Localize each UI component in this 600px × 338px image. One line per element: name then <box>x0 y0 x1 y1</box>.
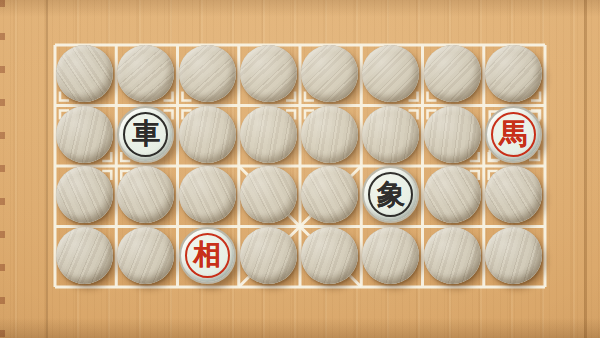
piece-face-down[interactable] <box>485 45 542 102</box>
wood-grain-texture <box>117 45 174 102</box>
piece-face-down[interactable] <box>485 227 542 284</box>
pieces-layer: 車馬象相 <box>0 0 600 338</box>
piece-face-down[interactable] <box>240 166 297 223</box>
wood-grain-texture <box>56 166 113 223</box>
piece-face-down[interactable] <box>424 106 481 163</box>
piece-face-down[interactable] <box>240 227 297 284</box>
piece-face-down[interactable] <box>362 227 419 284</box>
piece-character: 象 <box>364 168 417 221</box>
wood-grain-texture <box>362 227 419 284</box>
piece-red-minister[interactable]: 相 <box>179 227 236 284</box>
wood-grain-texture <box>485 45 542 102</box>
piece-face-down[interactable] <box>117 45 174 102</box>
piece-face-down[interactable] <box>301 106 358 163</box>
wood-grain-texture <box>301 45 358 102</box>
wood-grain-texture <box>240 106 297 163</box>
piece-face-down[interactable] <box>485 166 542 223</box>
piece-face-down[interactable] <box>301 45 358 102</box>
wood-grain-texture <box>362 45 419 102</box>
piece-red-horse[interactable]: 馬 <box>485 106 542 163</box>
piece-character: 車 <box>119 108 172 161</box>
piece-face-down[interactable] <box>117 166 174 223</box>
wood-grain-texture <box>179 166 236 223</box>
wood-grain-texture <box>117 166 174 223</box>
wood-grain-texture <box>179 106 236 163</box>
wood-grain-texture <box>240 166 297 223</box>
piece-character: 相 <box>181 229 234 282</box>
piece-face-down[interactable] <box>179 166 236 223</box>
table-surface: 車馬象相 <box>0 0 600 338</box>
wood-grain-texture <box>424 166 481 223</box>
piece-face-down[interactable] <box>117 227 174 284</box>
wood-grain-texture <box>301 106 358 163</box>
wood-grain-texture <box>424 45 481 102</box>
wood-grain-texture <box>179 45 236 102</box>
piece-face-down[interactable] <box>240 106 297 163</box>
piece-face-down[interactable] <box>179 45 236 102</box>
wood-grain-texture <box>301 227 358 284</box>
piece-black-chariot[interactable]: 車 <box>117 106 174 163</box>
piece-character: 馬 <box>487 108 540 161</box>
piece-face-down[interactable] <box>362 45 419 102</box>
piece-face-down[interactable] <box>424 45 481 102</box>
wood-grain-texture <box>485 227 542 284</box>
wood-grain-texture <box>362 106 419 163</box>
piece-face-down[interactable] <box>56 227 113 284</box>
wood-grain-texture <box>485 166 542 223</box>
piece-face-down[interactable] <box>301 227 358 284</box>
wood-grain-texture <box>301 166 358 223</box>
piece-face-down[interactable] <box>301 166 358 223</box>
wood-grain-texture <box>240 45 297 102</box>
piece-face-down[interactable] <box>56 106 113 163</box>
wood-grain-texture <box>424 106 481 163</box>
wood-grain-texture <box>56 227 113 284</box>
wood-grain-texture <box>56 45 113 102</box>
piece-face-down[interactable] <box>56 166 113 223</box>
piece-face-down[interactable] <box>240 45 297 102</box>
piece-face-down[interactable] <box>179 106 236 163</box>
piece-face-down[interactable] <box>56 45 113 102</box>
piece-black-elephant[interactable]: 象 <box>362 166 419 223</box>
wood-grain-texture <box>117 227 174 284</box>
wood-grain-texture <box>424 227 481 284</box>
wood-grain-texture <box>56 106 113 163</box>
wood-grain-texture <box>240 227 297 284</box>
piece-face-down[interactable] <box>424 227 481 284</box>
piece-face-down[interactable] <box>424 166 481 223</box>
piece-face-down[interactable] <box>362 106 419 163</box>
